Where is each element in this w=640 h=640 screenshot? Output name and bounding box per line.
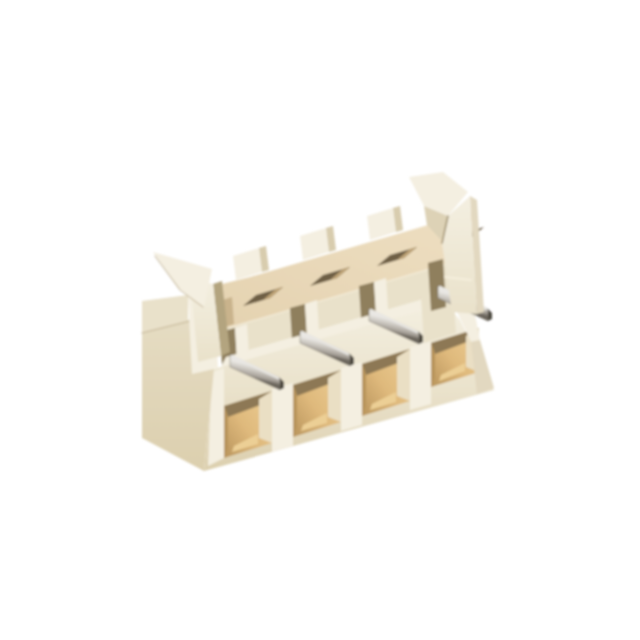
product-photo <box>0 0 640 640</box>
wall-rib-2 <box>341 362 362 431</box>
pin-slot-4 <box>428 259 446 311</box>
wall-rib-1 <box>272 383 293 452</box>
cavity-right-wall <box>259 391 272 443</box>
wall-rib-3 <box>410 341 431 410</box>
cavity-right-wall <box>397 349 410 401</box>
connector-illustration <box>0 0 640 640</box>
cavity-right-wall <box>328 370 341 422</box>
